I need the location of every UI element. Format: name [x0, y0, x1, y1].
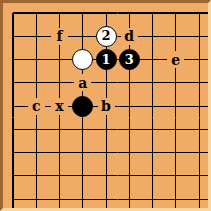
grid-cell — [71, 187, 94, 210]
go-board-grid: f2d13eacxb — [1, 1, 210, 210]
grid-cell: a — [71, 71, 94, 94]
grid-cell — [25, 164, 48, 187]
grid-cell — [94, 164, 117, 187]
black-stone: 1 — [96, 49, 117, 70]
grid-cell — [141, 1, 164, 24]
grid-cell — [141, 141, 164, 164]
grid-cell — [48, 1, 71, 24]
grid-cell — [71, 94, 94, 117]
grid-cell — [48, 141, 71, 164]
grid-cell: 2 — [94, 25, 117, 48]
grid-cell: x — [48, 94, 71, 117]
grid-cell — [1, 187, 24, 210]
point-label-c: c — [28, 98, 45, 115]
grid-cell — [187, 164, 210, 187]
black-stone: 3 — [119, 49, 140, 70]
go-diagram: f2d13eacxb — [0, 0, 211, 211]
grid-cell — [1, 25, 24, 48]
grid-cell: 3 — [118, 48, 141, 71]
grid-cell — [48, 118, 71, 141]
grid-cell — [164, 118, 187, 141]
grid-cell — [118, 94, 141, 117]
grid-cell — [187, 1, 210, 24]
grid-cell — [25, 48, 48, 71]
grid-cell — [164, 94, 187, 117]
grid-cell — [187, 71, 210, 94]
grid-cell — [1, 164, 24, 187]
grid-cell — [187, 187, 210, 210]
grid-cell — [118, 118, 141, 141]
grid-cell — [48, 48, 71, 71]
grid-cell — [1, 48, 24, 71]
move-number: 3 — [125, 53, 134, 67]
grid-cell — [187, 48, 210, 71]
grid-cell — [118, 71, 141, 94]
grid-cell — [141, 25, 164, 48]
grid-cell — [94, 141, 117, 164]
grid-cell — [71, 48, 94, 71]
grid-cell — [164, 71, 187, 94]
grid-cell — [164, 187, 187, 210]
grid-cell — [48, 164, 71, 187]
grid-cell: 1 — [94, 48, 117, 71]
grid-cell — [48, 187, 71, 210]
grid-cell — [141, 187, 164, 210]
move-number: 2 — [101, 29, 110, 43]
grid-cell — [25, 25, 48, 48]
grid-cell: d — [118, 25, 141, 48]
grid-cell — [164, 1, 187, 24]
grid-cell — [164, 25, 187, 48]
grid-cell: b — [94, 94, 117, 117]
grid-cell — [118, 187, 141, 210]
grid-cell — [164, 164, 187, 187]
grid-cell — [118, 141, 141, 164]
grid-cell — [164, 141, 187, 164]
grid-cell — [25, 141, 48, 164]
grid-cell — [141, 164, 164, 187]
grid-cell — [141, 48, 164, 71]
grid-cell — [71, 1, 94, 24]
grid-cell — [25, 1, 48, 24]
grid-cell: f — [48, 25, 71, 48]
grid-cell — [118, 164, 141, 187]
grid-cell — [141, 94, 164, 117]
grid-cell — [25, 118, 48, 141]
grid-cell — [187, 141, 210, 164]
grid-cell — [48, 71, 71, 94]
point-label-f: f — [51, 28, 68, 45]
grid-cell — [1, 141, 24, 164]
grid-cell — [118, 1, 141, 24]
grid-cell — [1, 71, 24, 94]
white-stone: 2 — [96, 26, 117, 47]
grid-cell — [25, 71, 48, 94]
point-label-d: d — [121, 28, 138, 45]
grid-cell — [71, 25, 94, 48]
move-number: 1 — [101, 53, 110, 67]
grid-cell — [141, 71, 164, 94]
grid-cell — [1, 118, 24, 141]
grid-cell — [94, 1, 117, 24]
grid-cell — [94, 187, 117, 210]
grid-cell — [71, 118, 94, 141]
point-label-a: a — [74, 74, 91, 91]
grid-cell — [1, 94, 24, 117]
grid-cell — [71, 164, 94, 187]
grid-cell — [94, 118, 117, 141]
point-label-b: b — [98, 98, 115, 115]
white-stone — [72, 49, 93, 70]
point-label-e: e — [167, 51, 184, 68]
grid-cell: e — [164, 48, 187, 71]
grid-cell — [187, 118, 210, 141]
grid-cell — [1, 1, 24, 24]
grid-cell — [187, 94, 210, 117]
point-label-x: x — [51, 98, 68, 115]
grid-cell — [141, 118, 164, 141]
black-stone — [72, 96, 93, 117]
grid-cell — [71, 141, 94, 164]
grid-cell — [25, 187, 48, 210]
grid-cell: c — [25, 94, 48, 117]
grid-cell — [94, 71, 117, 94]
grid-cell — [187, 25, 210, 48]
